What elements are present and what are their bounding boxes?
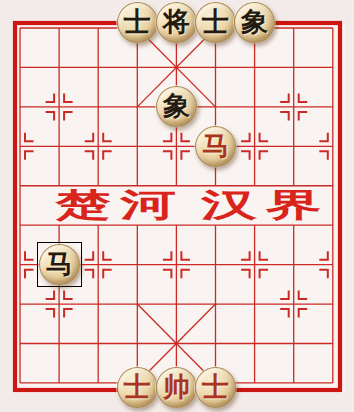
piece-black-advisor[interactable]: 士: [195, 2, 236, 43]
piece-character: 士: [124, 2, 151, 43]
piece-character: 士: [202, 367, 229, 408]
piece-character: 马: [46, 244, 73, 285]
piece-character: 帅: [163, 367, 190, 408]
piece-black-horse[interactable]: 马: [39, 244, 80, 285]
piece-red-general[interactable]: 帅: [156, 367, 197, 408]
piece-character: 马: [202, 126, 229, 167]
piece-character: 象: [241, 2, 268, 43]
piece-red-horse[interactable]: 马: [195, 126, 236, 167]
xiangqi-board-screen: 楚河 汉界 士将士象象马马士帅士: [0, 0, 354, 412]
piece-black-elephant[interactable]: 象: [234, 2, 275, 43]
piece-character: 士: [124, 367, 151, 408]
piece-character: 将: [163, 2, 190, 43]
piece-red-advisor[interactable]: 士: [195, 367, 236, 408]
piece-red-advisor[interactable]: 士: [117, 367, 158, 408]
piece-character: 士: [202, 2, 229, 43]
piece-character: 象: [163, 86, 190, 127]
pieces-layer: 士将士象象马马士帅士: [0, 0, 354, 412]
piece-black-general[interactable]: 将: [156, 2, 197, 43]
piece-black-elephant[interactable]: 象: [156, 86, 197, 127]
piece-black-advisor[interactable]: 士: [117, 2, 158, 43]
